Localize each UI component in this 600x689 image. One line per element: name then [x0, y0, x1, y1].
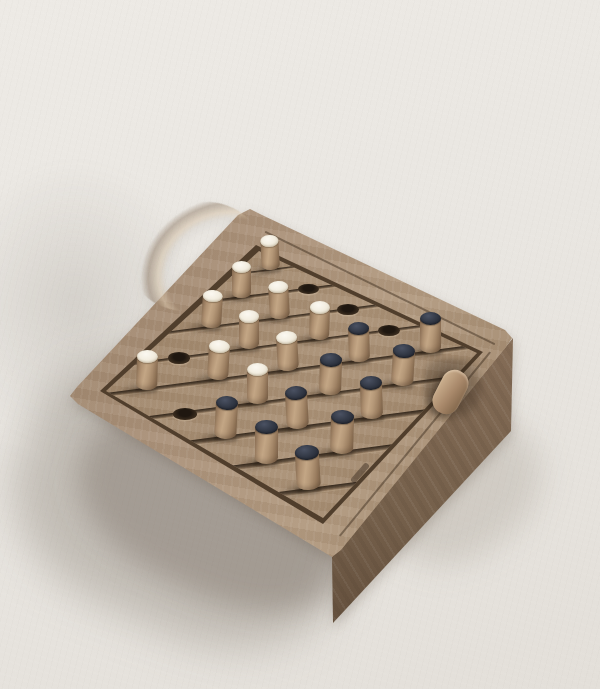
peg-white[interactable]: ○ — [247, 363, 269, 405]
board-hole[interactable] — [168, 352, 190, 363]
peg-black[interactable]: ● — [391, 343, 415, 386]
peg-white[interactable]: ○ — [201, 289, 223, 328]
peg-cap-white: ○ — [232, 261, 251, 273]
peg-white[interactable]: ○ — [207, 340, 230, 381]
peg-white[interactable]: ○ — [232, 261, 251, 298]
peg-black[interactable]: ● — [330, 410, 354, 455]
peg-black[interactable]: ● — [285, 385, 310, 429]
peg-cap-black: ● — [420, 312, 441, 325]
peg-cap-black: ● — [330, 410, 353, 425]
peg-cap-white: ○ — [310, 300, 331, 313]
peg-white[interactable]: ○ — [276, 330, 299, 371]
board: ○●○○○●●○○○●●○○●●○●●● — [0, 0, 600, 689]
game-box: ○●○○○●●○○○●●○○●●○●●● — [0, 0, 600, 689]
peg-cap-black: ● — [320, 353, 342, 367]
peg-cap-white: ○ — [239, 310, 259, 323]
peg-black[interactable]: ● — [319, 353, 342, 395]
peg-black[interactable]: ● — [255, 420, 278, 464]
scene: ○●○○○●●○○○●●○○●●○●●● Wooden peg strategy… — [0, 0, 600, 689]
peg-cap-black: ● — [295, 444, 319, 460]
peg-white[interactable]: ○ — [136, 349, 158, 390]
peg-black[interactable]: ● — [348, 321, 370, 362]
peg-white[interactable]: ○ — [309, 300, 330, 340]
board-hole[interactable] — [378, 325, 400, 336]
board-hole[interactable] — [298, 284, 319, 294]
peg-black[interactable]: ● — [295, 444, 321, 490]
peg-black[interactable]: ● — [360, 376, 383, 419]
peg-white[interactable]: ○ — [268, 280, 290, 319]
peg-cap-white: ○ — [203, 289, 223, 302]
peg-cap-black: ● — [360, 376, 383, 391]
peg-cap-white: ○ — [260, 234, 279, 247]
peg-white[interactable]: ○ — [239, 310, 259, 349]
board-hole[interactable] — [173, 408, 197, 420]
peg-cap-white: ○ — [209, 340, 231, 354]
peg-cap-black: ● — [215, 395, 238, 410]
peg-white[interactable]: ○ — [260, 234, 280, 270]
peg-black[interactable]: ● — [420, 312, 441, 352]
peg-cap-black: ● — [255, 420, 278, 434]
peg-cap-white: ○ — [268, 280, 288, 293]
peg-black[interactable]: ● — [214, 395, 239, 439]
peg-cap-black: ● — [393, 343, 415, 358]
peg-cap-black: ● — [348, 321, 369, 335]
peg-cap-white: ○ — [137, 349, 158, 363]
peg-cap-white: ○ — [276, 330, 298, 344]
board-hole[interactable] — [337, 304, 358, 315]
peg-cap-black: ● — [285, 385, 308, 400]
peg-cap-white: ○ — [247, 363, 269, 377]
